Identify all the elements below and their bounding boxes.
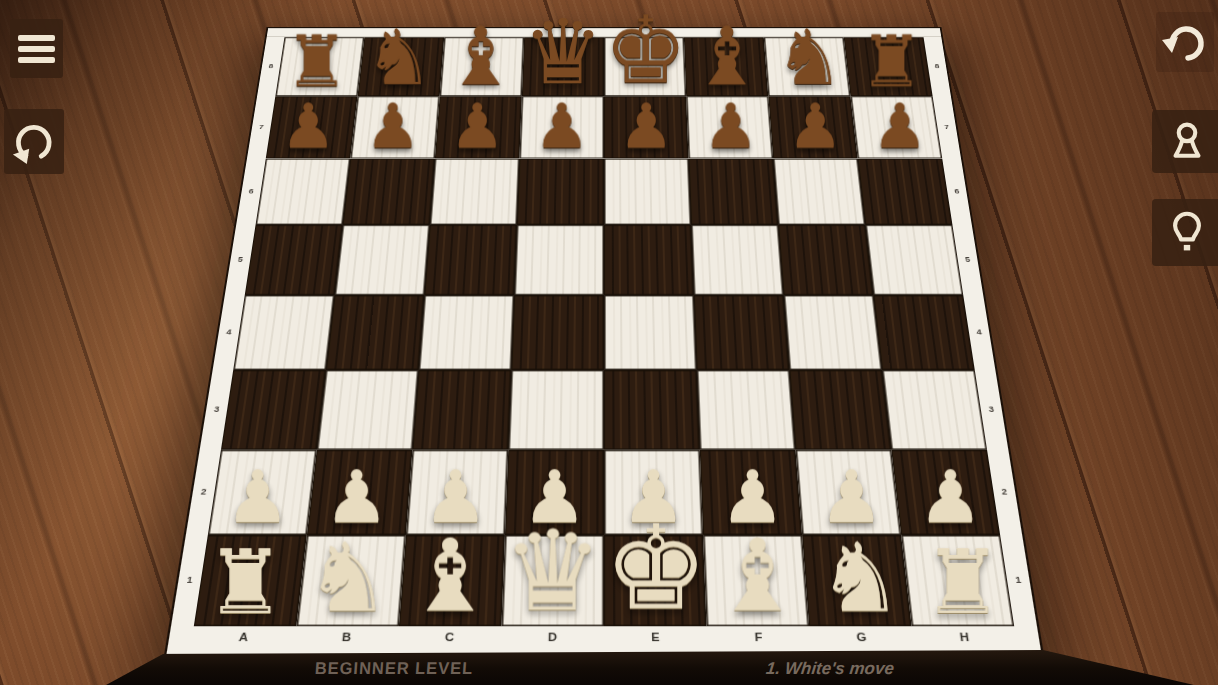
piece-black-knight-b8[interactable]: ♞ <box>358 22 440 95</box>
square-b6[interactable] <box>343 159 435 225</box>
rotate-board-button[interactable] <box>4 109 64 174</box>
piece-black-bishop-c8[interactable]: ♝ <box>440 19 522 95</box>
square-d4[interactable] <box>511 295 604 370</box>
square-e6[interactable] <box>604 159 691 225</box>
square-e8[interactable]: ♚ <box>604 37 686 96</box>
square-b4[interactable] <box>326 295 424 370</box>
square-c3[interactable] <box>412 370 511 450</box>
square-g1[interactable]: ♞ <box>802 535 912 626</box>
square-h1[interactable]: ♜ <box>901 535 1014 626</box>
piece-black-bishop-f8[interactable]: ♝ <box>686 19 768 95</box>
piece-white-rook-h1[interactable]: ♜ <box>911 540 1013 624</box>
square-b8[interactable]: ♞ <box>358 37 445 96</box>
square-d5[interactable] <box>514 225 604 295</box>
piece-white-knight-g1[interactable]: ♞ <box>809 533 911 624</box>
square-d6[interactable] <box>517 159 604 225</box>
player-mode-button[interactable] <box>1152 110 1218 173</box>
square-b5[interactable] <box>335 225 430 295</box>
piece-black-pawn-c7[interactable]: ♟ <box>435 98 520 157</box>
file-label-c: C <box>397 626 502 654</box>
piece-black-pawn-f7[interactable]: ♟ <box>689 98 774 157</box>
piece-black-pawn-d7[interactable]: ♟ <box>519 98 604 157</box>
square-a1[interactable]: ♜ <box>194 535 307 626</box>
piece-black-rook-a8[interactable]: ♜ <box>276 27 358 95</box>
square-b1[interactable]: ♞ <box>296 535 406 626</box>
square-g8[interactable]: ♞ <box>764 37 851 96</box>
piece-black-pawn-e7[interactable]: ♟ <box>604 98 689 157</box>
square-d8[interactable]: ♛ <box>522 37 604 96</box>
rank-label-5-right: 5 <box>952 225 983 295</box>
piece-black-pawn-b7[interactable]: ♟ <box>350 98 435 157</box>
square-d1[interactable]: ♛ <box>501 535 604 626</box>
piece-black-queen-d8[interactable]: ♛ <box>522 10 604 95</box>
piece-black-knight-g8[interactable]: ♞ <box>768 22 850 95</box>
rotate-board-icon <box>11 119 57 165</box>
piece-white-bishop-c1[interactable]: ♝ <box>399 529 501 624</box>
square-d3[interactable] <box>508 370 604 450</box>
undo-icon <box>1161 18 1209 66</box>
piece-white-king-e1[interactable]: ♚ <box>604 514 706 624</box>
square-c7[interactable]: ♟ <box>435 96 522 158</box>
square-c8[interactable]: ♝ <box>440 37 524 96</box>
square-e5[interactable] <box>604 225 694 295</box>
square-g7[interactable]: ♟ <box>768 96 857 158</box>
piece-black-rook-h8[interactable]: ♜ <box>850 27 932 95</box>
square-a5[interactable] <box>245 225 343 295</box>
square-c1[interactable]: ♝ <box>399 535 505 626</box>
square-b7[interactable]: ♟ <box>350 96 439 158</box>
file-label-g: G <box>809 626 915 654</box>
piece-black-king-e8[interactable]: ♚ <box>604 6 686 94</box>
square-g5[interactable] <box>778 225 873 295</box>
square-e3[interactable] <box>604 370 700 450</box>
square-a3[interactable] <box>221 370 326 450</box>
piece-white-knight-b1[interactable]: ♞ <box>297 533 399 624</box>
file-label-d: D <box>500 626 604 654</box>
square-e4[interactable] <box>604 295 697 370</box>
square-f5[interactable] <box>691 225 784 295</box>
piece-white-queen-d1[interactable]: ♛ <box>502 518 604 624</box>
player-pawn-icon <box>1165 118 1209 166</box>
piece-white-rook-a1[interactable]: ♜ <box>194 540 296 624</box>
square-h4[interactable] <box>873 295 974 370</box>
piece-white-bishop-f1[interactable]: ♝ <box>706 529 808 624</box>
square-g6[interactable] <box>773 159 865 225</box>
square-g4[interactable] <box>784 295 882 370</box>
move-indicator: 1. White's move <box>765 659 895 679</box>
menu-button[interactable] <box>10 19 63 78</box>
hint-button[interactable] <box>1152 199 1218 266</box>
square-a8[interactable]: ♜ <box>275 37 364 96</box>
hamburger-menu-icon <box>18 35 55 63</box>
square-f1[interactable]: ♝ <box>703 535 809 626</box>
file-label-b: B <box>293 626 399 654</box>
piece-black-pawn-h7[interactable]: ♟ <box>858 98 943 157</box>
file-label-h: H <box>912 626 1019 654</box>
file-label-a: A <box>190 626 297 654</box>
square-h5[interactable] <box>865 225 963 295</box>
square-h2[interactable]: ♟ <box>891 450 1000 535</box>
square-f4[interactable] <box>694 295 790 370</box>
board-front-edge: BEGINNER LEVEL 1. White's move <box>100 648 1200 685</box>
file-label-f: F <box>707 626 812 654</box>
square-c5[interactable] <box>424 225 517 295</box>
square-b3[interactable] <box>317 370 419 450</box>
piece-black-pawn-g7[interactable]: ♟ <box>773 98 858 157</box>
lightbulb-icon <box>1165 208 1209 258</box>
square-g3[interactable] <box>789 370 891 450</box>
chess-app-screen: { "game": { "name": "chess", "position":… <box>0 0 1218 685</box>
square-h6[interactable] <box>858 159 953 225</box>
square-a2[interactable]: ♟ <box>208 450 317 535</box>
level-label: BEGINNER LEVEL <box>314 659 474 679</box>
square-e7[interactable]: ♟ <box>604 96 689 158</box>
board-scene: 8♜♞♝♛♚♝♞♜87♟♟♟♟♟♟♟♟7665544332♟♟♟♟♟♟♟♟21♜… <box>224 0 984 680</box>
piece-white-pawn-h2[interactable]: ♟ <box>901 464 1000 533</box>
square-h8[interactable]: ♜ <box>844 37 933 96</box>
square-a7[interactable]: ♟ <box>266 96 358 158</box>
square-c6[interactable] <box>430 159 520 225</box>
board-border <box>1014 626 1041 654</box>
chess-board[interactable]: 8♜♞♝♛♚♝♞♜87♟♟♟♟♟♟♟♟7665544332♟♟♟♟♟♟♟♟21♜… <box>167 28 1042 654</box>
square-a4[interactable] <box>233 295 334 370</box>
square-f7[interactable]: ♟ <box>686 96 773 158</box>
piece-white-pawn-a2[interactable]: ♟ <box>208 464 307 533</box>
square-d7[interactable]: ♟ <box>519 96 604 158</box>
square-c4[interactable] <box>419 295 515 370</box>
square-a6[interactable] <box>256 159 351 225</box>
undo-button[interactable] <box>1156 12 1214 72</box>
file-label-e: E <box>604 626 708 654</box>
square-e1[interactable]: ♚ <box>604 535 707 626</box>
square-f8[interactable]: ♝ <box>684 37 768 96</box>
square-f3[interactable] <box>697 370 796 450</box>
square-f6[interactable] <box>689 159 779 225</box>
square-h3[interactable] <box>882 370 987 450</box>
piece-black-pawn-a7[interactable]: ♟ <box>266 98 351 157</box>
square-h7[interactable]: ♟ <box>850 96 942 158</box>
